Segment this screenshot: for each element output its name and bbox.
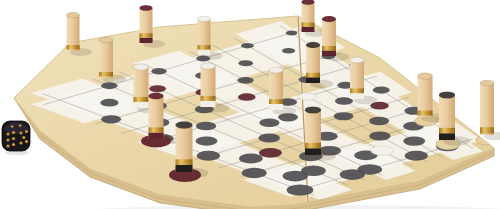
peg-black[interactable] [439, 92, 470, 146]
board-dot [101, 115, 121, 123]
board-dot [151, 68, 166, 74]
peg-maroon[interactable] [322, 16, 349, 61]
board-dot [237, 77, 253, 84]
peg-gold-ring [418, 111, 433, 116]
board-dot [239, 60, 253, 66]
board-dot [286, 31, 298, 36]
peg-gold-ring [439, 128, 455, 133]
peg-color-ring [322, 50, 336, 56]
board-dot [149, 85, 166, 92]
board-dot [403, 137, 425, 146]
peg-color-ring [198, 50, 211, 55]
die-pip [19, 131, 22, 134]
die-pip [11, 125, 14, 128]
board-dot [239, 154, 263, 164]
board-dot [242, 168, 267, 178]
board-dot [373, 86, 390, 93]
board-dot [369, 117, 389, 125]
peg-gold-ring [201, 96, 216, 101]
peg-gold[interactable] [480, 80, 500, 140]
board-dot [334, 112, 354, 120]
board-dot [241, 43, 254, 48]
peg-gold-ring [99, 72, 113, 77]
peg-gold-ring [480, 127, 494, 133]
peg-color-ring [140, 38, 153, 43]
peg-top [134, 64, 149, 70]
peg-gold-ring [140, 33, 153, 38]
peg-gold-ring [198, 45, 211, 50]
peg-color-ring [439, 133, 455, 140]
peg-top [306, 42, 320, 48]
peg-gold-ring [306, 73, 320, 78]
peg-top [269, 67, 283, 73]
board-dot [196, 122, 216, 131]
die-pip [25, 140, 28, 143]
die-pip [19, 124, 22, 127]
die-pip [12, 143, 15, 146]
board-dot [301, 166, 326, 176]
peg-gold-ring [149, 127, 164, 132]
peg-color-ring [306, 77, 320, 83]
peg-top [305, 107, 321, 114]
board-dot [196, 136, 218, 145]
board-dot [298, 93, 316, 100]
board-dot [238, 93, 256, 100]
die-pip [25, 130, 28, 133]
board-dot [405, 151, 428, 161]
peg-top [350, 57, 364, 63]
board-dot [282, 48, 295, 54]
tock-board-photo [0, 0, 500, 209]
peg-gold-ring [350, 88, 364, 93]
board-dot [197, 151, 220, 161]
peg-top [201, 63, 216, 69]
peg-top [140, 5, 153, 10]
peg-color-ring [302, 27, 315, 32]
die-pip [6, 132, 9, 135]
peg-top [322, 16, 336, 22]
peg-color-ring [269, 104, 283, 110]
peg-color-ring [305, 148, 321, 155]
product-photo-scene [0, 0, 500, 209]
die-pip [12, 131, 15, 134]
peg-top [99, 37, 113, 43]
board-dot [101, 82, 118, 89]
peg-color-ring [201, 101, 216, 107]
die-pip [19, 141, 22, 144]
peg-gold[interactable] [67, 12, 92, 56]
peg-top [302, 0, 315, 5]
peg-top [439, 92, 455, 99]
board-dot [371, 146, 394, 156]
peg-gold-ring [302, 23, 315, 28]
peg-gold-ring [176, 159, 193, 165]
board-dot [100, 99, 118, 107]
peg-color-ring [350, 93, 364, 99]
peg-gold-ring [67, 45, 80, 50]
die-pip [6, 138, 9, 141]
peg-color-ring [176, 165, 193, 172]
board-dot [259, 148, 282, 158]
peg-top [480, 80, 494, 86]
die-pip [12, 137, 15, 140]
peg-gold-ring [269, 99, 283, 104]
peg-shaft [480, 83, 494, 135]
board-dot [259, 118, 279, 126]
die-pip [6, 144, 9, 147]
peg-color-ring [149, 133, 164, 139]
die[interactable] [2, 121, 30, 155]
peg-top [149, 93, 164, 99]
peg-color-ring [134, 102, 149, 108]
die-pip [22, 136, 25, 139]
peg-gold-ring [134, 97, 149, 102]
board-dot [258, 133, 280, 142]
board-dot [369, 131, 390, 140]
board-dot [357, 164, 382, 174]
peg-top [418, 73, 433, 79]
peg-top [198, 16, 211, 21]
peg-top [176, 121, 193, 128]
peg-gold-ring [322, 46, 336, 51]
peg-top [67, 12, 80, 17]
board-dot [287, 184, 314, 195]
peg-gold-ring [305, 143, 321, 148]
